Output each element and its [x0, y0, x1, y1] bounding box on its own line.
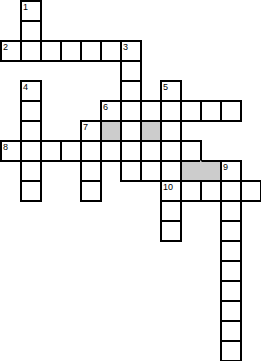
cell-r9-c11[interactable] — [220, 180, 242, 202]
cell-r1-c1[interactable] — [20, 20, 42, 42]
cell-r2-c1[interactable] — [20, 40, 42, 62]
clue-number: 10 — [163, 182, 173, 192]
cell-r12-c11[interactable] — [220, 240, 242, 262]
cell-r10-c8[interactable] — [160, 200, 182, 222]
cell-r7-c7[interactable] — [140, 140, 162, 162]
cell-r6-c8[interactable] — [160, 120, 182, 142]
cell-r16-c11[interactable] — [220, 320, 242, 342]
clue-number: 4 — [23, 82, 28, 92]
cell-r7-c2[interactable] — [40, 140, 62, 162]
cell-r2-c4[interactable] — [80, 40, 102, 62]
cell-r5-c11[interactable] — [220, 100, 242, 122]
cell-r7-c4[interactable] — [80, 140, 102, 162]
cell-r5-c10[interactable] — [200, 100, 222, 122]
cell-r4-c1[interactable]: 4 — [20, 80, 42, 102]
clue-number: 3 — [123, 42, 128, 52]
cell-r5-c7[interactable] — [140, 100, 162, 122]
cell-r7-c0[interactable]: 8 — [0, 140, 22, 162]
cell-r6-c5-shaded[interactable] — [100, 120, 122, 142]
crossword-page: 12345678910 — [0, 0, 261, 361]
cell-r2-c3[interactable] — [60, 40, 82, 62]
cell-r8-c4[interactable] — [80, 160, 102, 182]
cell-r9-c8[interactable]: 10 — [160, 180, 182, 202]
cell-r2-c0[interactable]: 2 — [0, 40, 22, 62]
cell-r8-c6[interactable] — [120, 160, 142, 182]
cell-r4-c6[interactable] — [120, 80, 142, 102]
clue-number: 6 — [103, 102, 108, 112]
cell-r14-c11[interactable] — [220, 280, 242, 302]
cell-r6-c6[interactable] — [120, 120, 142, 142]
cell-r11-c8[interactable] — [160, 220, 182, 242]
cell-r17-c11[interactable] — [220, 340, 242, 361]
cell-r7-c6[interactable] — [120, 140, 142, 162]
cell-r9-c10[interactable] — [200, 180, 222, 202]
crossword-board: 12345678910 — [0, 0, 261, 361]
cell-r2-c2[interactable] — [40, 40, 62, 62]
cell-r2-c6[interactable]: 3 — [120, 40, 142, 62]
cell-r5-c8[interactable] — [160, 100, 182, 122]
cell-r6-c4[interactable]: 7 — [80, 120, 102, 142]
cell-r5-c5[interactable]: 6 — [100, 100, 122, 122]
cell-r7-c9[interactable] — [180, 140, 202, 162]
cell-r10-c11[interactable] — [220, 200, 242, 222]
cell-r9-c4[interactable] — [80, 180, 102, 202]
cell-r11-c11[interactable] — [220, 220, 242, 242]
cell-r5-c6[interactable] — [120, 100, 142, 122]
cell-r8-c8[interactable] — [160, 160, 182, 182]
cell-r15-c11[interactable] — [220, 300, 242, 322]
cell-r8-c10-shaded[interactable] — [200, 160, 222, 182]
clue-number: 2 — [3, 42, 8, 52]
cell-r4-c8[interactable]: 5 — [160, 80, 182, 102]
clue-number: 5 — [163, 82, 168, 92]
cell-r6-c1[interactable] — [20, 120, 42, 142]
cell-r7-c8[interactable] — [160, 140, 182, 162]
cell-r8-c9-shaded[interactable] — [180, 160, 202, 182]
cell-r6-c7-shaded[interactable] — [140, 120, 162, 142]
cell-r9-c9[interactable] — [180, 180, 202, 202]
cell-r3-c6[interactable] — [120, 60, 142, 82]
cell-r9-c12[interactable] — [240, 180, 261, 202]
cell-r13-c11[interactable] — [220, 260, 242, 282]
cell-r7-c1[interactable] — [20, 140, 42, 162]
cell-r2-c5[interactable] — [100, 40, 122, 62]
cell-r8-c7[interactable] — [140, 160, 162, 182]
cell-r8-c11[interactable]: 9 — [220, 160, 242, 182]
cell-r7-c3[interactable] — [60, 140, 82, 162]
cell-r9-c1[interactable] — [20, 180, 42, 202]
clue-number: 9 — [223, 162, 228, 172]
cell-r8-c1[interactable] — [20, 160, 42, 182]
clue-number: 1 — [23, 2, 28, 12]
cell-r5-c9[interactable] — [180, 100, 202, 122]
cell-r5-c1[interactable] — [20, 100, 42, 122]
cell-r7-c5[interactable] — [100, 140, 122, 162]
cell-r0-c1[interactable]: 1 — [20, 0, 42, 22]
clue-number: 7 — [83, 122, 88, 132]
clue-number: 8 — [3, 142, 8, 152]
